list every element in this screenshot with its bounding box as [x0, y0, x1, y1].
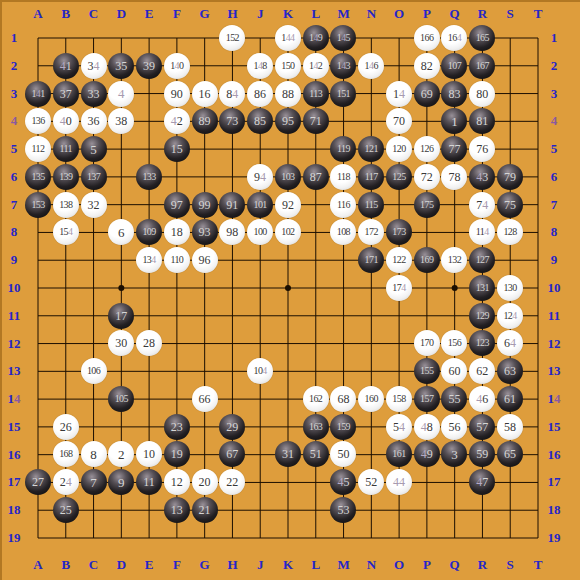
stone-black-L16[interactable]: 51	[303, 441, 329, 467]
row-label-left-12: 12	[8, 336, 21, 352]
stone-white-A4[interactable]: 136	[25, 108, 51, 134]
row-label-left-17: 17	[8, 474, 21, 490]
row-label-left-15: 15	[8, 419, 21, 435]
stone-white-K7[interactable]: 92	[275, 192, 301, 218]
stone-white-M6[interactable]: 118	[330, 164, 356, 190]
col-label-bottom-J: J	[257, 557, 264, 573]
col-label-top-N: N	[367, 6, 376, 22]
stone-black-D11[interactable]: 17	[108, 303, 134, 329]
board-grid[interactable]: 1234567891011121314151617181920212223242…	[24, 24, 552, 552]
stone-black-A7[interactable]: 153	[25, 192, 51, 218]
col-label-bottom-G: G	[200, 557, 210, 573]
stone-white-O10[interactable]: 174	[386, 275, 412, 301]
stone-black-H4[interactable]: 73	[219, 108, 245, 134]
stone-white-H3[interactable]: 84	[219, 81, 245, 107]
stone-white-G17[interactable]: 20	[192, 469, 218, 495]
stone-black-D17[interactable]: 9	[108, 469, 134, 495]
stone-white-C13[interactable]: 106	[81, 358, 107, 384]
col-label-top-A: A	[33, 6, 42, 22]
stone-white-F2[interactable]: 140	[164, 53, 190, 79]
stone-black-R17[interactable]: 47	[469, 469, 495, 495]
row-label-left-9: 9	[11, 252, 18, 268]
col-label-top-T: T	[534, 6, 543, 22]
stone-black-R1[interactable]: 165	[469, 25, 495, 51]
stone-white-J2[interactable]: 148	[247, 53, 273, 79]
row-label-right-1: 1	[551, 30, 558, 46]
stone-white-Q9[interactable]: 132	[441, 247, 467, 273]
col-label-top-P: P	[423, 6, 431, 22]
stone-white-M14[interactable]: 68	[330, 386, 356, 412]
stone-white-E16[interactable]: 10	[136, 441, 162, 467]
stone-black-M1[interactable]: 145	[330, 25, 356, 51]
stone-white-O5[interactable]: 120	[386, 136, 412, 162]
stone-white-D8[interactable]: 6	[108, 219, 134, 245]
row-label-left-13: 13	[8, 363, 21, 379]
col-label-bottom-M: M	[337, 557, 349, 573]
col-label-top-F: F	[173, 6, 181, 22]
stone-black-F7[interactable]: 97	[164, 192, 190, 218]
stone-white-A5[interactable]: 112	[25, 136, 51, 162]
stone-white-R14[interactable]: 46	[469, 386, 495, 412]
stone-white-J8[interactable]: 100	[247, 219, 273, 245]
stone-black-S14[interactable]: 61	[497, 386, 523, 412]
stone-white-R13[interactable]: 62	[469, 358, 495, 384]
stone-white-O9[interactable]: 122	[386, 247, 412, 273]
stone-black-K6[interactable]: 103	[275, 164, 301, 190]
row-label-right-2: 2	[551, 58, 558, 74]
stone-white-F17[interactable]: 12	[164, 469, 190, 495]
stone-white-N8[interactable]: 172	[358, 219, 384, 245]
col-label-bottom-L: L	[311, 557, 320, 573]
stone-white-S12[interactable]: 64	[497, 330, 523, 356]
stone-black-F16[interactable]: 19	[164, 441, 190, 467]
stone-white-B7[interactable]: 138	[53, 192, 79, 218]
stone-black-A6[interactable]: 135	[25, 164, 51, 190]
stone-black-C5[interactable]: 5	[81, 136, 107, 162]
col-label-bottom-D: D	[117, 557, 126, 573]
stone-white-S11[interactable]: 124	[497, 303, 523, 329]
stone-black-G18[interactable]: 21	[192, 497, 218, 523]
stone-white-M7[interactable]: 116	[330, 192, 356, 218]
col-label-bottom-A: A	[33, 557, 42, 573]
stone-black-C3[interactable]: 33	[81, 81, 107, 107]
stone-black-H7[interactable]: 91	[219, 192, 245, 218]
stone-black-F15[interactable]: 23	[164, 414, 190, 440]
stone-black-C6[interactable]: 137	[81, 164, 107, 190]
col-label-top-K: K	[283, 6, 293, 22]
row-label-right-8: 8	[551, 224, 558, 240]
stone-white-N14[interactable]: 160	[358, 386, 384, 412]
stone-black-S6[interactable]: 79	[497, 164, 523, 190]
stone-black-R6[interactable]: 43	[469, 164, 495, 190]
stone-black-S7[interactable]: 75	[497, 192, 523, 218]
stone-black-R2[interactable]: 167	[469, 53, 495, 79]
row-label-right-10: 10	[548, 280, 561, 296]
stone-white-M8[interactable]: 108	[330, 219, 356, 245]
stone-white-D16[interactable]: 2	[108, 441, 134, 467]
stone-black-N9[interactable]: 171	[358, 247, 384, 273]
stone-white-K1[interactable]: 144	[275, 25, 301, 51]
stone-white-C7[interactable]: 32	[81, 192, 107, 218]
stone-white-P15[interactable]: 48	[414, 414, 440, 440]
col-label-top-O: O	[394, 6, 404, 22]
stone-black-K16[interactable]: 31	[275, 441, 301, 467]
stone-white-J13[interactable]: 104	[247, 358, 273, 384]
stone-white-E9[interactable]: 134	[136, 247, 162, 273]
stone-white-P12[interactable]: 170	[414, 330, 440, 356]
stone-black-D14[interactable]: 105	[108, 386, 134, 412]
row-label-right-5: 5	[551, 141, 558, 157]
stone-white-P1[interactable]: 166	[414, 25, 440, 51]
stone-white-K8[interactable]: 102	[275, 219, 301, 245]
row-label-left-16: 16	[8, 447, 21, 463]
col-label-top-J: J	[257, 6, 264, 22]
stone-white-R5[interactable]: 76	[469, 136, 495, 162]
stone-black-J7[interactable]: 101	[247, 192, 273, 218]
stone-black-R16[interactable]: 59	[469, 441, 495, 467]
stone-black-R15[interactable]: 57	[469, 414, 495, 440]
row-label-right-18: 18	[548, 502, 561, 518]
stone-black-E17[interactable]: 11	[136, 469, 162, 495]
stone-white-H1[interactable]: 152	[219, 25, 245, 51]
row-label-left-8: 8	[11, 224, 18, 240]
stone-white-D4[interactable]: 38	[108, 108, 134, 134]
stone-black-B18[interactable]: 25	[53, 497, 79, 523]
col-label-bottom-T: T	[534, 557, 543, 573]
row-label-left-7: 7	[11, 197, 18, 213]
stone-black-O16[interactable]: 161	[386, 441, 412, 467]
stone-black-A3[interactable]: 141	[25, 81, 51, 107]
stone-black-O6[interactable]: 125	[386, 164, 412, 190]
col-label-top-G: G	[200, 6, 210, 22]
stone-white-P5[interactable]: 126	[414, 136, 440, 162]
row-label-right-6: 6	[551, 169, 558, 185]
row-label-right-9: 9	[551, 252, 558, 268]
stone-black-B6[interactable]: 139	[53, 164, 79, 190]
stone-black-J4[interactable]: 85	[247, 108, 273, 134]
row-label-right-17: 17	[548, 474, 561, 490]
stone-black-Q14[interactable]: 55	[441, 386, 467, 412]
col-label-bottom-K: K	[283, 557, 293, 573]
stone-white-F8[interactable]: 18	[164, 219, 190, 245]
stone-white-D3[interactable]: 4	[108, 81, 134, 107]
stone-white-J3[interactable]: 86	[247, 81, 273, 107]
row-label-left-3: 3	[11, 86, 18, 102]
goban: 1234567891011121314151617181920212223242…	[0, 0, 580, 580]
col-label-top-D: D	[117, 6, 126, 22]
stone-black-L1[interactable]: 149	[303, 25, 329, 51]
col-label-bottom-R: R	[478, 557, 487, 573]
stone-black-E6[interactable]: 133	[136, 164, 162, 190]
row-label-left-19: 19	[8, 530, 21, 546]
stone-white-E12[interactable]: 28	[136, 330, 162, 356]
row-label-right-11: 11	[548, 308, 560, 324]
stone-black-C17[interactable]: 7	[81, 469, 107, 495]
col-label-bottom-N: N	[367, 557, 376, 573]
row-label-right-12: 12	[548, 336, 561, 352]
stone-black-P16[interactable]: 49	[414, 441, 440, 467]
stone-black-K4[interactable]: 95	[275, 108, 301, 134]
stone-black-F18[interactable]: 13	[164, 497, 190, 523]
col-label-bottom-B: B	[61, 557, 70, 573]
stone-white-Q15[interactable]: 56	[441, 414, 467, 440]
stone-white-O15[interactable]: 54	[386, 414, 412, 440]
stone-white-B4[interactable]: 40	[53, 108, 79, 134]
stone-black-Q5[interactable]: 77	[441, 136, 467, 162]
col-label-bottom-C: C	[89, 557, 98, 573]
stone-black-R4[interactable]: 81	[469, 108, 495, 134]
stone-white-Q1[interactable]: 164	[441, 25, 467, 51]
col-label-top-H: H	[227, 6, 237, 22]
stone-black-N6[interactable]: 117	[358, 164, 384, 190]
stone-black-G8[interactable]: 93	[192, 219, 218, 245]
stone-black-R10[interactable]: 131	[469, 275, 495, 301]
row-label-left-11: 11	[8, 308, 20, 324]
stone-white-G9[interactable]: 96	[192, 247, 218, 273]
stone-white-O3[interactable]: 14	[386, 81, 412, 107]
stone-white-C2[interactable]: 34	[81, 53, 107, 79]
stone-white-B15[interactable]: 26	[53, 414, 79, 440]
col-label-top-L: L	[311, 6, 320, 22]
stone-black-Q2[interactable]: 107	[441, 53, 467, 79]
row-label-left-14: 14	[8, 391, 21, 407]
stone-black-M3[interactable]: 151	[330, 81, 356, 107]
row-label-left-4: 4	[11, 113, 18, 129]
stone-white-R3[interactable]: 80	[469, 81, 495, 107]
stone-white-F3[interactable]: 90	[164, 81, 190, 107]
stone-white-G3[interactable]: 16	[192, 81, 218, 107]
row-label-right-14: 14	[548, 391, 561, 407]
stone-black-F5[interactable]: 15	[164, 136, 190, 162]
stone-white-P6[interactable]: 72	[414, 164, 440, 190]
row-label-right-13: 13	[548, 363, 561, 379]
stone-black-S13[interactable]: 63	[497, 358, 523, 384]
stone-white-B16[interactable]: 168	[53, 441, 79, 467]
stone-white-N2[interactable]: 146	[358, 53, 384, 79]
stone-white-K2[interactable]: 150	[275, 53, 301, 79]
row-label-right-4: 4	[551, 113, 558, 129]
row-label-left-5: 5	[11, 141, 18, 157]
stone-white-R8[interactable]: 114	[469, 219, 495, 245]
stone-white-H8[interactable]: 98	[219, 219, 245, 245]
stone-white-Q6[interactable]: 78	[441, 164, 467, 190]
col-label-top-Q: Q	[450, 6, 460, 22]
col-label-bottom-P: P	[423, 557, 431, 573]
col-label-bottom-E: E	[145, 557, 154, 573]
stone-white-N17[interactable]: 52	[358, 469, 384, 495]
stone-white-R7[interactable]: 74	[469, 192, 495, 218]
stone-black-B5[interactable]: 111	[53, 136, 79, 162]
stone-black-G4[interactable]: 89	[192, 108, 218, 134]
stone-black-Q16[interactable]: 3	[441, 441, 467, 467]
stone-white-O4[interactable]: 70	[386, 108, 412, 134]
stone-white-O17[interactable]: 44	[386, 469, 412, 495]
stone-black-P3[interactable]: 69	[414, 81, 440, 107]
stone-black-M2[interactable]: 143	[330, 53, 356, 79]
col-label-top-B: B	[61, 6, 70, 22]
stone-black-H15[interactable]: 29	[219, 414, 245, 440]
stone-white-F4[interactable]: 42	[164, 108, 190, 134]
stone-white-J6[interactable]: 94	[247, 164, 273, 190]
row-label-right-16: 16	[548, 447, 561, 463]
stone-black-R11[interactable]: 129	[469, 303, 495, 329]
col-label-top-S: S	[507, 6, 514, 22]
row-label-left-10: 10	[8, 280, 21, 296]
col-label-bottom-F: F	[173, 557, 181, 573]
stone-black-B2[interactable]: 41	[53, 53, 79, 79]
stone-white-Q13[interactable]: 60	[441, 358, 467, 384]
stone-black-L3[interactable]: 113	[303, 81, 329, 107]
stone-black-P14[interactable]: 157	[414, 386, 440, 412]
stone-black-Q4[interactable]: 1	[441, 108, 467, 134]
stone-white-D12[interactable]: 30	[108, 330, 134, 356]
stone-white-S10[interactable]: 130	[497, 275, 523, 301]
stone-black-B3[interactable]: 37	[53, 81, 79, 107]
stone-white-S15[interactable]: 58	[497, 414, 523, 440]
stone-black-R9[interactable]: 127	[469, 247, 495, 273]
col-label-top-M: M	[337, 6, 349, 22]
stone-white-S8[interactable]: 128	[497, 219, 523, 245]
stone-black-M17[interactable]: 45	[330, 469, 356, 495]
col-label-top-C: C	[89, 6, 98, 22]
col-label-bottom-O: O	[394, 557, 404, 573]
row-label-right-19: 19	[548, 530, 561, 546]
stone-white-L14[interactable]: 162	[303, 386, 329, 412]
stone-black-S16[interactable]: 65	[497, 441, 523, 467]
stone-black-G7[interactable]: 99	[192, 192, 218, 218]
row-label-right-3: 3	[551, 86, 558, 102]
stone-white-C16[interactable]: 8	[81, 441, 107, 467]
stone-black-O8[interactable]: 173	[386, 219, 412, 245]
stone-black-N5[interactable]: 121	[358, 136, 384, 162]
stone-white-M16[interactable]: 50	[330, 441, 356, 467]
stone-black-P7[interactable]: 175	[414, 192, 440, 218]
stone-black-M18[interactable]: 53	[330, 497, 356, 523]
row-label-right-7: 7	[551, 197, 558, 213]
stone-white-O14[interactable]: 158	[386, 386, 412, 412]
stone-white-L2[interactable]: 142	[303, 53, 329, 79]
stone-white-B8[interactable]: 154	[53, 219, 79, 245]
row-label-left-18: 18	[8, 502, 21, 518]
stone-black-P13[interactable]: 155	[414, 358, 440, 384]
stone-black-M5[interactable]: 119	[330, 136, 356, 162]
col-label-bottom-Q: Q	[450, 557, 460, 573]
stone-black-E8[interactable]: 109	[136, 219, 162, 245]
col-label-bottom-H: H	[227, 557, 237, 573]
stone-black-H16[interactable]: 67	[219, 441, 245, 467]
stone-black-E2[interactable]: 39	[136, 53, 162, 79]
row-label-left-2: 2	[11, 58, 18, 74]
stone-black-D2[interactable]: 35	[108, 53, 134, 79]
col-label-top-R: R	[478, 6, 487, 22]
stone-white-F9[interactable]: 110	[164, 247, 190, 273]
stone-black-P9[interactable]: 169	[414, 247, 440, 273]
stone-black-L4[interactable]: 71	[303, 108, 329, 134]
stone-black-A17[interactable]: 27	[25, 469, 51, 495]
stone-white-G14[interactable]: 66	[192, 386, 218, 412]
stone-white-H17[interactable]: 22	[219, 469, 245, 495]
stone-black-R12[interactable]: 123	[469, 330, 495, 356]
stone-white-Q12[interactable]: 156	[441, 330, 467, 356]
stone-black-L15[interactable]: 163	[303, 414, 329, 440]
row-label-left-6: 6	[11, 169, 18, 185]
col-label-bottom-S: S	[507, 557, 514, 573]
stone-white-C4[interactable]: 36	[81, 108, 107, 134]
row-label-left-1: 1	[11, 30, 18, 46]
stone-black-L6[interactable]: 87	[303, 164, 329, 190]
stone-white-K3[interactable]: 88	[275, 81, 301, 107]
stone-white-P2[interactable]: 82	[414, 53, 440, 79]
col-label-top-E: E	[145, 6, 154, 22]
stone-black-N7[interactable]: 115	[358, 192, 384, 218]
stone-black-M15[interactable]: 159	[330, 414, 356, 440]
stone-white-B17[interactable]: 24	[53, 469, 79, 495]
row-label-right-15: 15	[548, 419, 561, 435]
stone-black-Q3[interactable]: 83	[441, 81, 467, 107]
